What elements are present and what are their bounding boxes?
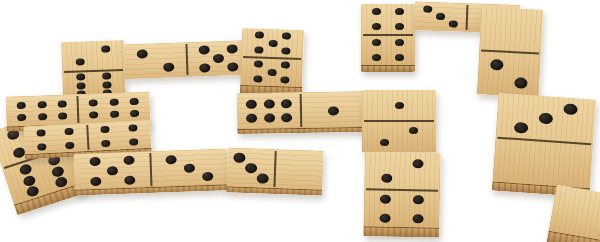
pip [372, 8, 381, 15]
pip [395, 39, 404, 46]
pip [409, 127, 418, 134]
domino-tile-0-0 [546, 184, 600, 242]
domino-tile-2-4 [363, 151, 440, 237]
pip [395, 8, 404, 15]
domino-tile-0-2 [477, 6, 544, 97]
tile-divider [364, 120, 434, 122]
pip [395, 23, 404, 30]
domino-tile-3-0 [226, 147, 324, 195]
dominoes-photo [0, 0, 600, 242]
pip [380, 195, 391, 204]
domino-tile-2-5 [123, 40, 250, 79]
tile-divider [363, 34, 413, 36]
domino-tile-6-1 [237, 91, 366, 134]
pip [413, 214, 424, 223]
domino-tile-1-2 [362, 90, 436, 152]
tile-side-face [363, 226, 439, 237]
pip [413, 195, 424, 204]
pip [412, 159, 423, 168]
domino-tile-3-0 [492, 93, 597, 198]
pip [372, 23, 381, 30]
tile-side-face [237, 127, 365, 134]
tile-side-face [361, 65, 415, 72]
pip [395, 54, 404, 61]
domino-tile-5-5 [240, 28, 304, 96]
domino-tile-4-4 [361, 4, 415, 72]
domino-tile-5-3 [73, 148, 228, 195]
pip [372, 39, 381, 46]
pip [380, 214, 391, 223]
pip [380, 139, 389, 146]
pip [372, 54, 381, 61]
pip [381, 174, 392, 183]
pip [395, 102, 404, 109]
